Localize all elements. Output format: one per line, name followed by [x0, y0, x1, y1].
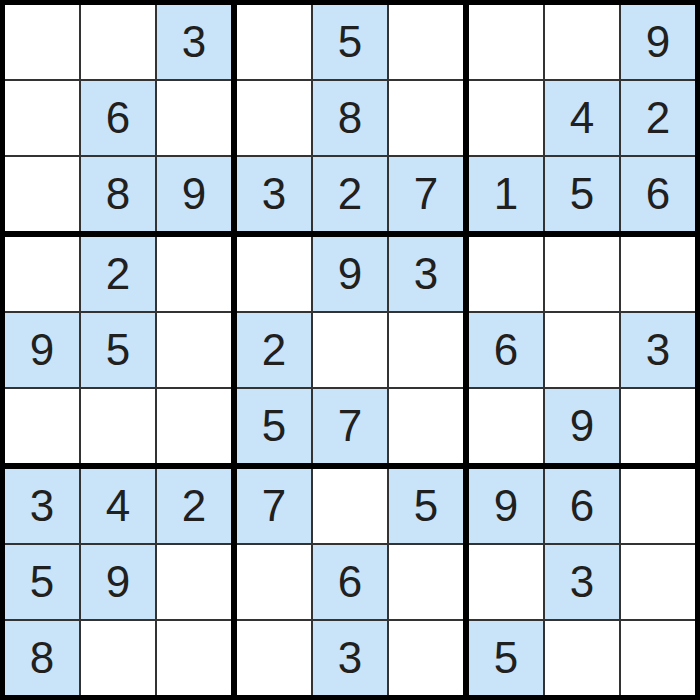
box-7: 342598 [5, 469, 231, 695]
sudoku-board: 3689 58327 942156 295 93257 639 342598 7… [0, 0, 700, 700]
cell-r2c5[interactable]: 8 [313, 81, 387, 155]
cell-r5c1[interactable]: 9 [5, 313, 79, 387]
box-1: 3689 [5, 5, 231, 231]
cell-r9c6[interactable] [389, 621, 463, 695]
cell-r4c6[interactable]: 3 [389, 237, 463, 311]
cell-r2c4[interactable] [237, 81, 311, 155]
cell-r7c9[interactable] [621, 469, 695, 543]
box-3: 942156 [469, 5, 695, 231]
cell-r9c7[interactable]: 5 [469, 621, 543, 695]
cell-r3c9[interactable]: 6 [621, 157, 695, 231]
cell-r7c4[interactable]: 7 [237, 469, 311, 543]
cell-r6c7[interactable] [469, 389, 543, 463]
cell-r6c8[interactable]: 9 [545, 389, 619, 463]
cell-r3c6[interactable]: 7 [389, 157, 463, 231]
cell-r8c1[interactable]: 5 [5, 545, 79, 619]
cell-r1c9[interactable]: 9 [621, 5, 695, 79]
cell-r4c7[interactable] [469, 237, 543, 311]
box-8: 7563 [237, 469, 463, 695]
cell-r1c8[interactable] [545, 5, 619, 79]
cell-r4c9[interactable] [621, 237, 695, 311]
cell-r6c5[interactable]: 7 [313, 389, 387, 463]
cell-r1c1[interactable] [5, 5, 79, 79]
box-2: 58327 [237, 5, 463, 231]
cell-r3c3[interactable]: 9 [157, 157, 231, 231]
cell-r4c2[interactable]: 2 [81, 237, 155, 311]
cell-r6c2[interactable] [81, 389, 155, 463]
cell-r2c3[interactable] [157, 81, 231, 155]
cell-r2c9[interactable]: 2 [621, 81, 695, 155]
box-5: 93257 [237, 237, 463, 463]
cell-r5c8[interactable] [545, 313, 619, 387]
cell-r6c1[interactable] [5, 389, 79, 463]
cell-r9c8[interactable] [545, 621, 619, 695]
cell-r7c5[interactable] [313, 469, 387, 543]
cell-r7c7[interactable]: 9 [469, 469, 543, 543]
cell-r4c1[interactable] [5, 237, 79, 311]
cell-r3c4[interactable]: 3 [237, 157, 311, 231]
cell-r4c4[interactable] [237, 237, 311, 311]
cell-r1c4[interactable] [237, 5, 311, 79]
cell-r7c6[interactable]: 5 [389, 469, 463, 543]
box-6: 639 [469, 237, 695, 463]
box-9: 9635 [469, 469, 695, 695]
cell-r8c2[interactable]: 9 [81, 545, 155, 619]
box-4: 295 [5, 237, 231, 463]
cell-r4c3[interactable] [157, 237, 231, 311]
cell-r9c2[interactable] [81, 621, 155, 695]
cell-r1c3[interactable]: 3 [157, 5, 231, 79]
cell-r6c9[interactable] [621, 389, 695, 463]
cell-r7c3[interactable]: 2 [157, 469, 231, 543]
cell-r5c2[interactable]: 5 [81, 313, 155, 387]
cell-r2c2[interactable]: 6 [81, 81, 155, 155]
cell-r8c4[interactable] [237, 545, 311, 619]
cell-r9c3[interactable] [157, 621, 231, 695]
cell-r5c6[interactable] [389, 313, 463, 387]
cell-r7c8[interactable]: 6 [545, 469, 619, 543]
cell-r9c9[interactable] [621, 621, 695, 695]
cell-r6c4[interactable]: 5 [237, 389, 311, 463]
cell-r8c7[interactable] [469, 545, 543, 619]
cell-r8c3[interactable] [157, 545, 231, 619]
cell-r9c1[interactable]: 8 [5, 621, 79, 695]
cell-r1c2[interactable] [81, 5, 155, 79]
cell-r8c9[interactable] [621, 545, 695, 619]
cell-r9c4[interactable] [237, 621, 311, 695]
cell-r2c6[interactable] [389, 81, 463, 155]
cell-r4c5[interactable]: 9 [313, 237, 387, 311]
cell-r5c7[interactable]: 6 [469, 313, 543, 387]
cell-r5c9[interactable]: 3 [621, 313, 695, 387]
cell-r5c5[interactable] [313, 313, 387, 387]
cell-r6c6[interactable] [389, 389, 463, 463]
cell-r7c1[interactable]: 3 [5, 469, 79, 543]
cell-r1c7[interactable] [469, 5, 543, 79]
cell-r1c5[interactable]: 5 [313, 5, 387, 79]
cell-r3c8[interactable]: 5 [545, 157, 619, 231]
cell-r2c8[interactable]: 4 [545, 81, 619, 155]
cell-r2c1[interactable] [5, 81, 79, 155]
cell-r3c2[interactable]: 8 [81, 157, 155, 231]
cell-r6c3[interactable] [157, 389, 231, 463]
cell-r5c4[interactable]: 2 [237, 313, 311, 387]
cell-r3c7[interactable]: 1 [469, 157, 543, 231]
cell-r4c8[interactable] [545, 237, 619, 311]
cell-r8c6[interactable] [389, 545, 463, 619]
cell-r7c2[interactable]: 4 [81, 469, 155, 543]
cell-r3c1[interactable] [5, 157, 79, 231]
cell-r2c7[interactable] [469, 81, 543, 155]
cell-r5c3[interactable] [157, 313, 231, 387]
cell-r8c5[interactable]: 6 [313, 545, 387, 619]
cell-r9c5[interactable]: 3 [313, 621, 387, 695]
cell-r1c6[interactable] [389, 5, 463, 79]
cell-r3c5[interactable]: 2 [313, 157, 387, 231]
cell-r8c8[interactable]: 3 [545, 545, 619, 619]
